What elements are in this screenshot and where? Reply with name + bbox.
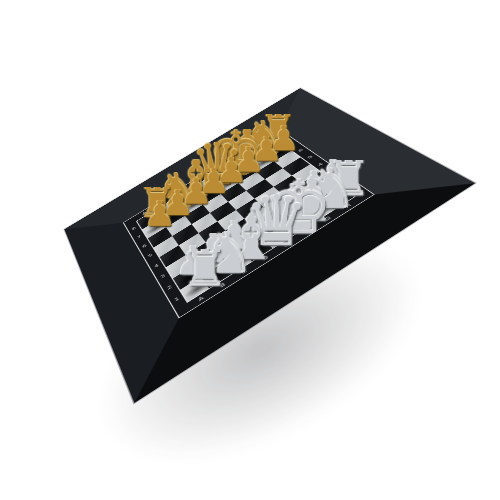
piece-silver-rook-a1: ♜ [182, 249, 207, 289]
chess-set-photo: ABCDEFGH ABCDEFGH 87654321 87654321 ♜♞♝♛… [0, 0, 500, 500]
board-perspective-wrapper: ABCDEFGH ABCDEFGH 87654321 87654321 ♜♞♝♛… [0, 0, 500, 500]
